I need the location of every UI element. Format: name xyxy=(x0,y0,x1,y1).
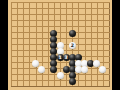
grid-line-horizontal xyxy=(11,86,110,87)
stone-white[interactable] xyxy=(32,60,39,67)
grid-line-horizontal xyxy=(11,32,110,33)
letterbox-frame: 213 xyxy=(0,0,120,90)
stone-black[interactable] xyxy=(50,66,57,73)
stone-white[interactable] xyxy=(81,66,88,73)
grid-line-horizontal xyxy=(11,8,110,9)
grid-line-horizontal xyxy=(11,26,110,27)
grid-line-horizontal xyxy=(11,38,110,39)
grid-line-horizontal xyxy=(11,80,110,81)
stone-black[interactable] xyxy=(69,78,76,85)
stone-white[interactable] xyxy=(38,66,45,73)
grid-line-horizontal xyxy=(11,20,110,21)
grid-line-horizontal xyxy=(11,14,110,15)
stone-white[interactable]: 2 xyxy=(69,42,76,49)
go-board[interactable]: 213 xyxy=(8,0,112,90)
stone-white[interactable] xyxy=(99,66,106,73)
grid-line-horizontal xyxy=(11,2,110,3)
stone-white[interactable] xyxy=(57,72,64,79)
stone-white[interactable] xyxy=(93,60,100,67)
grid-line-horizontal xyxy=(11,68,110,69)
stone-black[interactable] xyxy=(69,30,76,37)
stone-move-number: 2 xyxy=(69,42,76,49)
